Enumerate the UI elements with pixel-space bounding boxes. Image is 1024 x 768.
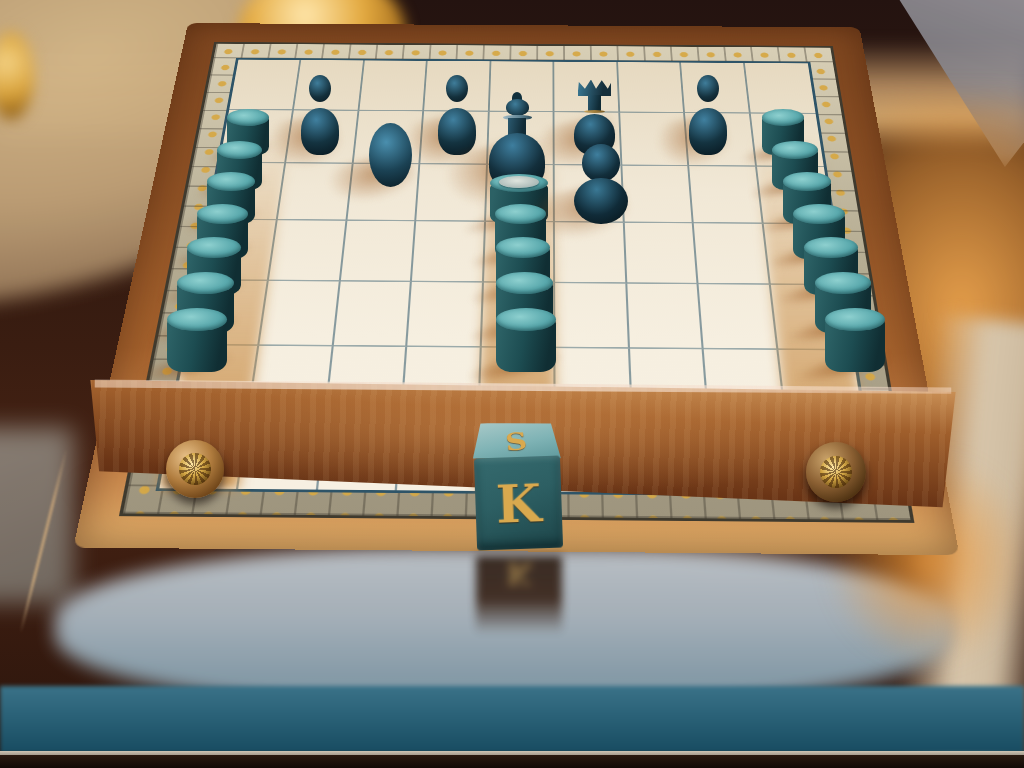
piece-part-phead — [309, 75, 331, 102]
board-cell-1-9[interactable] — [744, 63, 815, 114]
piece-part-cap — [783, 172, 831, 191]
board-cell-1-7[interactable] — [618, 62, 685, 113]
piece-part-cap — [197, 204, 248, 224]
cube-top-letter: S — [504, 426, 528, 456]
board-cell-5-6[interactable] — [555, 283, 629, 348]
piece-teal-cylinder-r7c1[interactable] — [167, 308, 227, 372]
piece-dark-pawn-r1c4[interactable] — [437, 75, 476, 155]
piece-part-phead — [697, 75, 719, 102]
piece-part-cap — [496, 272, 553, 294]
piece-part-ballb — [369, 123, 412, 187]
board-cell-4-3[interactable] — [341, 221, 417, 282]
piece-part-cap — [167, 308, 227, 331]
piece-dark-gourd-r3c6[interactable] — [574, 144, 628, 224]
piece-part-cap — [177, 272, 234, 294]
piece-part-khead — [506, 99, 528, 116]
piece-teal-cylinder-r7c9[interactable] — [825, 308, 885, 372]
piece-part-cap — [825, 308, 885, 331]
piece-dark-pawn-r1c8[interactable] — [688, 75, 727, 155]
board-cell-5-8[interactable] — [699, 284, 778, 349]
board-cell-3-7[interactable] — [622, 166, 694, 223]
piece-dark-sphere-r2c3[interactable] — [366, 120, 415, 190]
piece-part-pbody — [438, 108, 476, 155]
board-cell-5-2[interactable] — [260, 281, 341, 346]
board-cell-1-1[interactable] — [229, 60, 301, 111]
piece-part-cap — [207, 172, 255, 191]
piece-part-cap — [495, 204, 546, 224]
board-cell-4-2[interactable] — [269, 220, 347, 281]
table-front-reflection-stripe — [0, 686, 1024, 754]
knob-medallion-icon — [820, 456, 852, 488]
cube-reflection: K — [476, 556, 562, 634]
piece-part-cap — [187, 237, 241, 258]
board-foot-knob-left — [166, 440, 224, 498]
piece-part-cap — [217, 141, 263, 159]
board-cell-4-7[interactable] — [624, 223, 698, 284]
piece-part-qcrown — [578, 80, 612, 97]
piece-part-pbody — [689, 108, 727, 155]
knob-medallion-icon — [179, 453, 211, 485]
board-cell-5-7[interactable] — [627, 284, 704, 349]
piece-part-cap — [793, 204, 844, 224]
board-cell-5-3[interactable] — [334, 281, 413, 346]
board-cell-4-8[interactable] — [694, 223, 771, 284]
piece-part-cap — [496, 308, 556, 331]
piece-part-cap — [496, 237, 550, 258]
piece-part-cap — [772, 141, 818, 159]
piece-part-phead — [446, 75, 468, 102]
piece-part-ghead — [582, 144, 621, 182]
piece-part-gbody — [574, 178, 628, 224]
table-front-edge — [0, 755, 1024, 768]
board-foot-knob-right — [806, 442, 866, 502]
table-left-highlight — [0, 428, 73, 603]
cube-front-face: K — [474, 456, 563, 551]
piece-part-cap — [804, 237, 858, 258]
cube-reflection-letter: K — [506, 556, 532, 591]
piece-part-pbody — [301, 108, 339, 155]
piece-dark-pawn-r1c2[interactable] — [300, 75, 339, 155]
cube-front-letter: K — [495, 472, 542, 535]
board-game-scene: S K K — [0, 0, 1024, 768]
piece-part-qring — [584, 110, 605, 113]
piece-part-cap — [227, 109, 270, 126]
piece-part-cap — [815, 272, 872, 294]
board-cell-1-3[interactable] — [359, 60, 428, 111]
letter-cube[interactable]: S K — [470, 420, 567, 555]
piece-part-cap — [762, 109, 805, 126]
piece-teal-cylinder-r7c5[interactable] — [496, 308, 556, 372]
piece-part-qneck — [588, 95, 600, 112]
